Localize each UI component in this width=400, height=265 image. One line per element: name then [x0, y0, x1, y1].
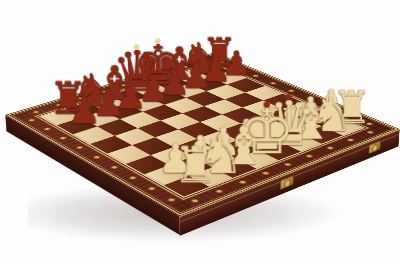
brass-clasp [280, 175, 294, 190]
piece-white-rook: ♜ [164, 141, 228, 191]
piece-black-pawn: ♟ [56, 93, 113, 130]
brass-clasp [369, 140, 382, 154]
chess-set-photo: ♜♞♝♛♚♝♞♜♟♟♟♟♟♟♟♟♟♟♟♟♟♟♟♟♜♞♝♚♛♝♞♜ [0, 0, 400, 265]
